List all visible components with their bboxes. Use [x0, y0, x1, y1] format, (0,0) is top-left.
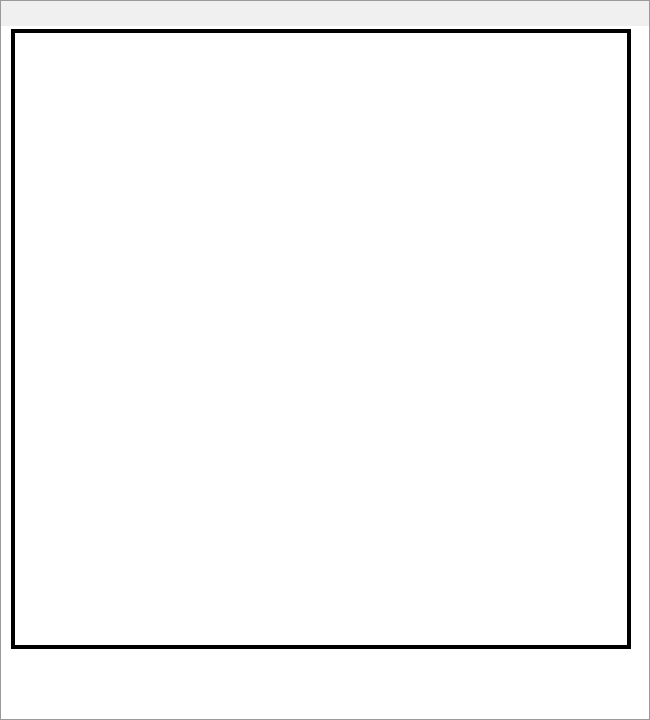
sudoku-puzzle-page: [0, 0, 650, 720]
top-strip: [1, 1, 649, 26]
sudoku-grid: [15, 33, 627, 645]
sudoku-board: [11, 29, 631, 649]
